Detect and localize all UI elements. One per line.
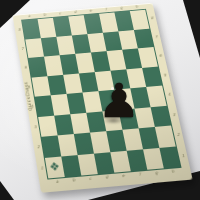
coord-label: c: [82, 176, 99, 183]
square-h5[interactable]: [142, 66, 162, 87]
black-pawn[interactable]: ♟: [98, 79, 128, 125]
corner-logo-icon: ❖: [49, 161, 61, 173]
square-h8[interactable]: [130, 10, 150, 30]
coord-label: g: [148, 170, 166, 177]
coord-label: h: [164, 169, 182, 176]
coord-label: f: [131, 172, 149, 179]
coord-label: d: [98, 175, 116, 182]
coord-label: e: [115, 173, 133, 180]
square-h4[interactable]: [146, 86, 166, 107]
pawn-highlight: [111, 87, 114, 90]
square-h6[interactable]: [138, 47, 158, 67]
coord-label: b: [65, 178, 82, 185]
square-h3[interactable]: [150, 105, 171, 127]
photo-scene: abcdefgh abcdefgh 87654321 87654321 Quic…: [0, 0, 200, 200]
square-h2[interactable]: [155, 125, 176, 147]
black-pawn-glyph: ♟: [98, 73, 140, 128]
coord-label: a: [49, 179, 66, 186]
square-h7[interactable]: [134, 28, 154, 48]
square-h1[interactable]: [159, 146, 180, 168]
